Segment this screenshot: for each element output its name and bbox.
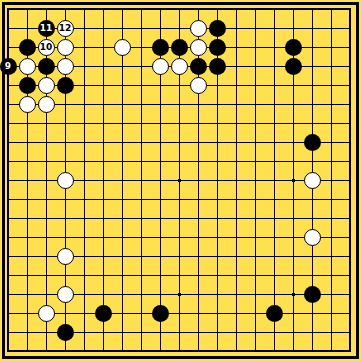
stone-white[interactable]	[38, 77, 55, 94]
stone-black[interactable]	[304, 134, 321, 151]
stone-black[interactable]	[304, 286, 321, 303]
move-number-label: 11	[40, 24, 53, 33]
grid-line-vertical	[349, 8, 351, 352]
stone-black[interactable]	[19, 39, 36, 56]
stone-black[interactable]	[95, 305, 112, 322]
stone-white-move-12[interactable]: 12	[57, 20, 74, 37]
go-diagram: { "game": "go", "board": { "size": 19, "…	[0, 0, 361, 361]
grid-line-vertical	[274, 8, 275, 352]
grid-line-horizontal	[7, 218, 351, 219]
stone-black[interactable]	[285, 39, 302, 56]
stone-black[interactable]	[285, 58, 302, 75]
stone-white[interactable]	[38, 96, 55, 113]
stone-white-move-10[interactable]: 10	[38, 39, 55, 56]
stone-black[interactable]	[209, 20, 226, 37]
stone-white[interactable]	[190, 39, 207, 56]
stone-white[interactable]	[304, 172, 321, 189]
grid-line-horizontal	[7, 237, 351, 238]
stone-black[interactable]	[38, 58, 55, 75]
stone-white[interactable]	[57, 286, 74, 303]
stone-white[interactable]	[57, 172, 74, 189]
stone-black-move-9[interactable]: 9	[0, 58, 17, 75]
stone-black[interactable]	[209, 58, 226, 75]
stone-black[interactable]	[57, 77, 74, 94]
stone-black[interactable]	[209, 39, 226, 56]
stone-black[interactable]	[171, 39, 188, 56]
grid-line-horizontal	[7, 275, 351, 276]
star-point	[292, 293, 295, 296]
star-point	[178, 179, 181, 182]
stone-white[interactable]	[57, 248, 74, 265]
stone-white[interactable]	[171, 58, 188, 75]
grid-line-vertical	[331, 8, 332, 352]
stone-white[interactable]	[152, 58, 169, 75]
stone-black[interactable]	[190, 58, 207, 75]
stone-black[interactable]	[19, 77, 36, 94]
move-number-label: 12	[59, 24, 72, 33]
stone-black[interactable]	[152, 305, 169, 322]
move-number-label: 10	[40, 43, 53, 52]
stone-white[interactable]	[304, 229, 321, 246]
grid-line-vertical	[236, 8, 237, 352]
stone-black[interactable]	[57, 324, 74, 341]
stone-white[interactable]	[19, 96, 36, 113]
star-point	[292, 179, 295, 182]
stone-black[interactable]	[152, 39, 169, 56]
stone-white[interactable]	[190, 20, 207, 37]
stone-white[interactable]	[38, 305, 55, 322]
stone-white[interactable]	[190, 77, 207, 94]
grid-line-horizontal	[7, 313, 351, 314]
stone-white[interactable]	[114, 39, 131, 56]
star-point	[178, 293, 181, 296]
move-number-label: 9	[5, 62, 11, 71]
stone-white[interactable]	[19, 58, 36, 75]
stone-white[interactable]	[57, 39, 74, 56]
grid-line-horizontal	[7, 199, 351, 200]
stone-black[interactable]	[266, 305, 283, 322]
go-board[interactable]: 1112109	[0, 0, 361, 361]
stone-white[interactable]	[57, 58, 74, 75]
stone-black-move-11[interactable]: 11	[38, 20, 55, 37]
grid-line-horizontal	[7, 350, 351, 352]
grid-line-vertical	[255, 8, 256, 352]
